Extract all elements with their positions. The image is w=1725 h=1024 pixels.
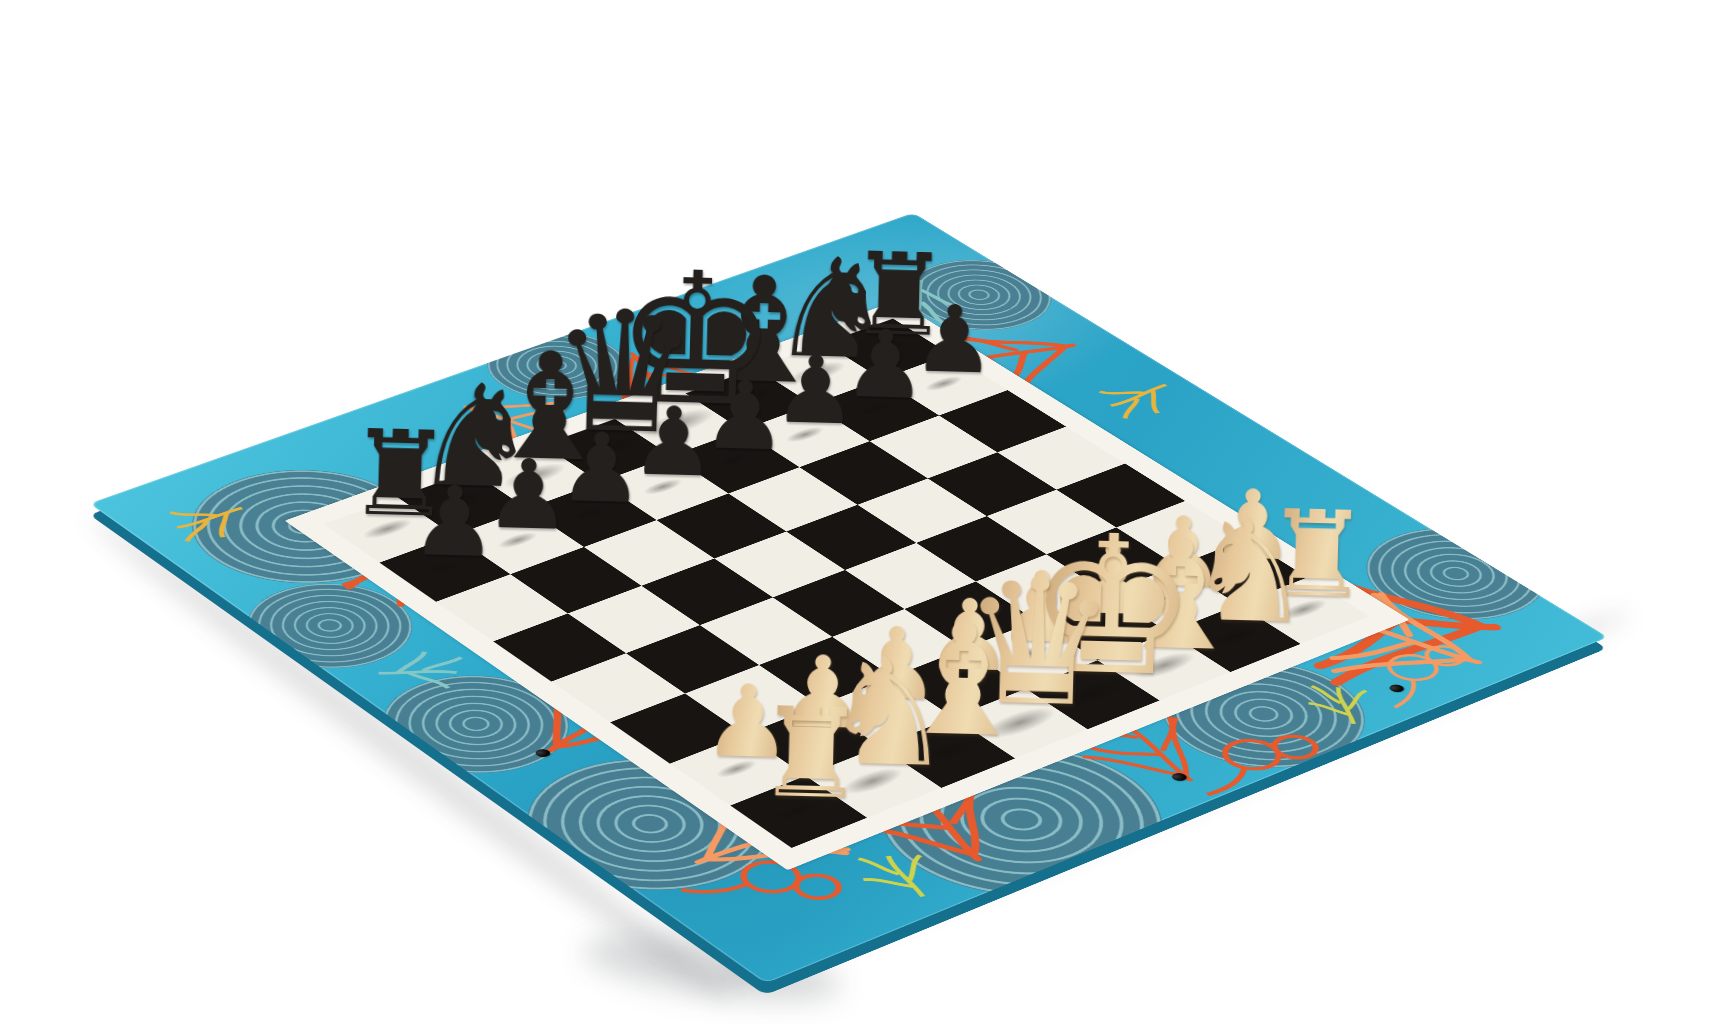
chessboard: ♜♞♝♛♚♝♞♜♟♟♟♟♟♟♟♟♟♟♟♟♟♟♟♟♜♞♝♛♚♝♞♜: [89, 213, 1608, 984]
board-orientation-wrapper: ♜♞♝♛♚♝♞♜♟♟♟♟♟♟♟♟♟♟♟♟♟♟♟♟♜♞♝♛♚♝♞♜: [0, 0, 1725, 1024]
piece-glyph: ♜: [754, 690, 868, 816]
piece-glyph: ♟: [409, 473, 498, 572]
product-photo: ♜♞♝♛♚♝♞♜♟♟♟♟♟♟♟♟♟♟♟♟♟♟♟♟♜♞♝♛♚♝♞♜: [0, 0, 1725, 1024]
